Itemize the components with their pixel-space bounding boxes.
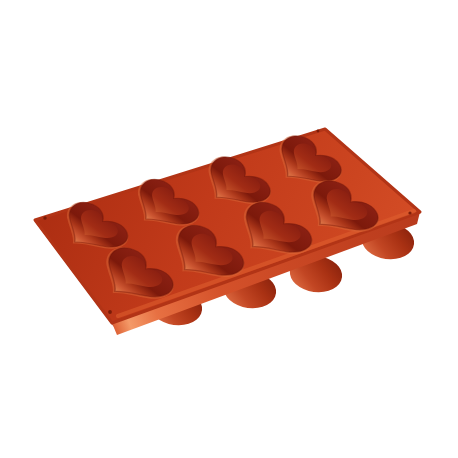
- corner-hole: [108, 310, 112, 314]
- corner-hole: [317, 130, 320, 133]
- corner-hole: [408, 211, 411, 214]
- product-photo: [0, 0, 458, 458]
- mold-illustration: [0, 0, 458, 458]
- corner-hole: [43, 216, 46, 219]
